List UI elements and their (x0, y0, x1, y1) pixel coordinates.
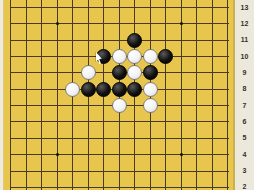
white-stone (65, 82, 80, 97)
row-label-11: 11 (235, 33, 254, 47)
grid-vline-col-15 (227, 0, 228, 190)
white-stone (112, 98, 127, 113)
star-point (180, 153, 183, 156)
row-label-9: 9 (235, 66, 254, 80)
black-stone (158, 49, 173, 64)
row-label-7: 7 (235, 99, 254, 113)
grid-vline-col-4 (57, 0, 58, 190)
white-stone (143, 98, 158, 113)
grid-vline-col-13 (196, 0, 197, 190)
black-stone (112, 82, 127, 97)
white-stone (81, 65, 96, 80)
star-point (56, 153, 59, 156)
grid-vline-col-2 (26, 0, 27, 190)
black-stone (81, 82, 96, 97)
white-stone (127, 49, 142, 64)
black-stone (127, 82, 142, 97)
grid-vline-col-3 (41, 0, 42, 190)
white-stone (127, 65, 142, 80)
black-stone (112, 65, 127, 80)
grid-vline-col-11 (165, 0, 166, 190)
white-stone (143, 82, 158, 97)
board-left-edge-strip (0, 0, 4, 190)
coordinate-strip: 1312111098765432 (233, 0, 254, 190)
gomoku-board-window: 1312111098765432 (0, 0, 254, 190)
row-label-3: 3 (235, 164, 254, 178)
grid-vline-col-12 (181, 0, 182, 190)
row-label-12: 12 (235, 17, 254, 31)
grid-vline-col-14 (212, 0, 213, 190)
row-label-2: 2 (235, 180, 254, 190)
black-stone (143, 65, 158, 80)
grid-vline-col-1 (10, 0, 11, 190)
row-label-10: 10 (235, 50, 254, 64)
black-stone (96, 82, 111, 97)
row-label-13: 13 (235, 1, 254, 15)
row-label-4: 4 (235, 148, 254, 162)
black-stone (127, 33, 142, 48)
white-stone (143, 49, 158, 64)
white-stone (112, 49, 127, 64)
row-label-8: 8 (235, 82, 254, 96)
row-label-5: 5 (235, 131, 254, 145)
row-label-6: 6 (235, 115, 254, 129)
